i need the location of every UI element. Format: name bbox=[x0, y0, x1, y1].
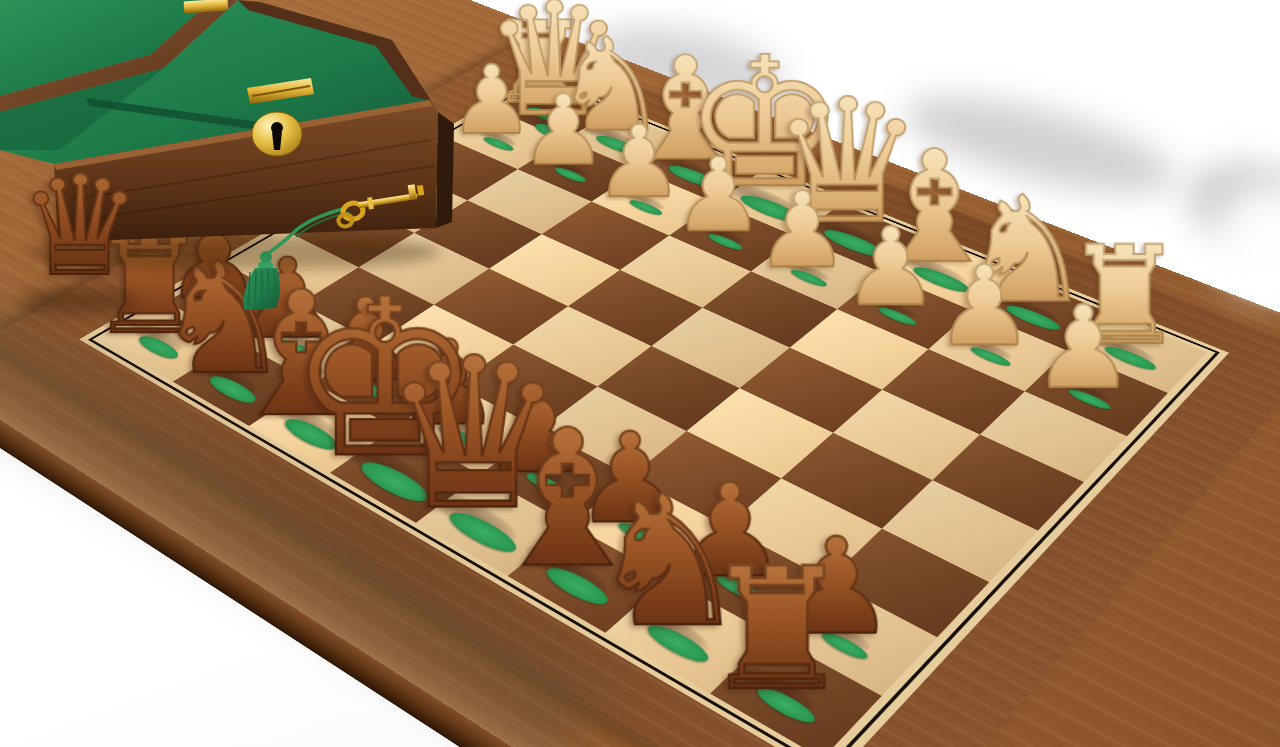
piece-black-rook-a8: ♜ bbox=[635, 545, 920, 713]
piece-white-pawn-a2: ♟ bbox=[965, 291, 1202, 405]
extra-black-queen: ♛ bbox=[10, 158, 150, 296]
box-right-side bbox=[436, 112, 454, 228]
stage: ♜♞♝♚♛♝♞♜♟♟♟♟♟♟♟♟♟♟♟♟♟♟♟♟♜♞♝♚♛♝♞♜♛ bbox=[0, 0, 1280, 747]
